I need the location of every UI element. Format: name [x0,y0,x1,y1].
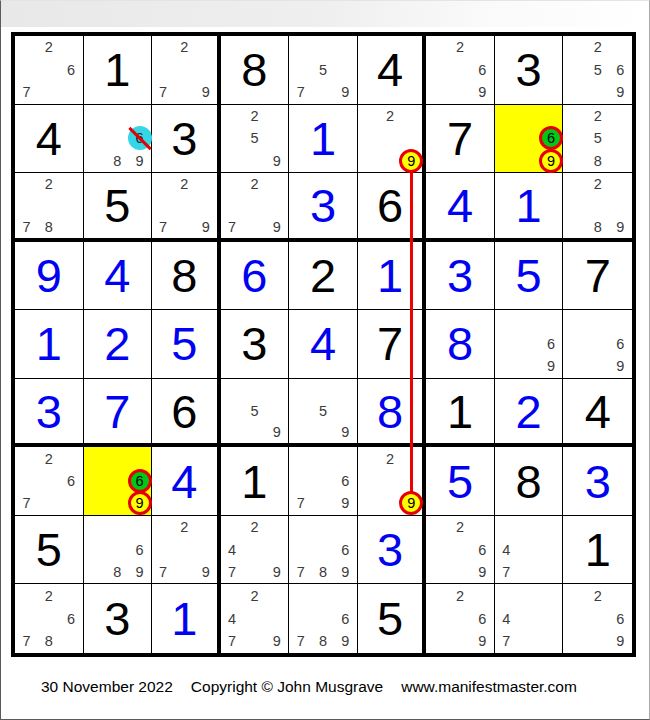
cell-r9c3[interactable]: 1 [152,584,221,653]
candidate-6: 6 [59,58,83,82]
given-digit: 1 [84,36,152,104]
solved-digit: 3 [289,173,357,238]
cell-r9c7[interactable]: 269 [426,584,495,653]
cell-r4c7[interactable]: 3 [426,242,495,311]
solved-digit: 4 [289,310,357,378]
candidate-4: 4 [220,538,244,562]
cell-r5c6[interactable]: 7 [358,310,427,379]
candidate-2: 2 [242,104,266,128]
solved-digit: 2 [495,379,563,444]
chain-line [410,161,413,504]
cell-r1c8[interactable]: 3 [495,36,564,105]
candidate-2: 2 [242,584,266,608]
candidate-2: 2 [378,104,402,128]
cell-r9c9[interactable]: 269 [563,584,632,653]
candidate-5: 5 [311,58,335,82]
cell-r8c4[interactable]: 2479 [221,516,290,585]
candidate-9: 9 [333,420,357,444]
candidate-2: 2 [586,104,610,128]
cell-r2c6[interactable]: 29 [358,105,427,174]
candidate-9-yellow-mark: 9 [539,149,563,173]
candidate-6: 6 [608,607,632,631]
candidate-9: 9 [608,629,632,653]
footer-website: www.manifestmaster.com [401,678,577,696]
cell-r6c4[interactable]: 59 [221,379,290,448]
candidate-2: 2 [172,172,196,196]
cell-r5c9[interactable]: 69 [563,310,632,379]
cell-r4c4[interactable]: 6 [221,242,290,311]
cell-r3c4[interactable]: 279 [221,173,290,242]
cell-r3c2[interactable]: 5 [84,173,153,242]
cell-r2c7[interactable]: 7 [426,105,495,174]
cell-r8c7[interactable]: 269 [426,516,495,585]
candidate-9: 9 [194,80,218,104]
candidate-9: 9 [265,149,289,173]
sudoku-app-window: 2671279857942693256946893259129769258278… [0,0,650,720]
candidate-8: 8 [37,629,61,653]
candidate-4: 4 [494,538,518,562]
cell-r5c1[interactable]: 1 [15,310,84,379]
candidate-9-yellow-mark: 9 [399,149,423,173]
cell-r1c4[interactable]: 8 [221,36,290,105]
candidate-6: 6 [333,469,357,493]
candidate-9: 9 [265,215,289,239]
candidate-9: 9 [265,560,289,584]
candidate-7: 7 [494,629,518,653]
cell-r2c4[interactable]: 259 [221,105,290,174]
candidate-5: 5 [242,399,266,423]
cell-r1c9[interactable]: 2569 [563,36,632,105]
cell-r1c1[interactable]: 267 [15,36,84,105]
candidate-9: 9 [608,80,632,104]
candidate-6: 6 [470,607,494,631]
solved-digit: 9 [15,242,83,310]
candidate-8: 8 [586,149,610,173]
cell-r3c1[interactable]: 278 [15,173,84,242]
given-digit: 7 [426,105,494,173]
candidate-7: 7 [289,629,313,653]
solved-digit: 5 [495,242,563,310]
candidate-2: 2 [448,584,472,608]
given-digit: 4 [563,379,632,444]
candidate-7: 7 [14,80,38,104]
candidate-8: 8 [586,215,610,239]
cell-r7c4[interactable]: 1 [221,447,290,516]
candidate-2: 2 [378,447,402,471]
given-digit: 1 [563,516,632,584]
footer-date: 30 November 2022 [41,678,173,696]
given-digit: 3 [152,105,217,173]
candidate-2: 2 [37,35,61,59]
solved-digit: 1 [15,310,83,378]
given-digit: 3 [84,584,152,653]
candidate-5: 5 [586,58,610,82]
cell-r3c7[interactable]: 4 [426,173,495,242]
candidate-7: 7 [14,215,38,239]
cell-r7c6[interactable]: 29 [358,447,427,516]
given-digit: 3 [221,310,289,378]
candidate-6: 6 [59,469,83,493]
candidate-2: 2 [172,515,196,539]
solved-digit: 1 [289,105,357,173]
cell-r8c1[interactable]: 5 [15,516,84,585]
candidate-5: 5 [242,126,266,150]
candidate-5: 5 [311,399,335,423]
given-digit: 4 [358,36,423,104]
cell-r7c9[interactable]: 3 [563,447,632,516]
given-digit: 8 [152,242,217,310]
candidate-6: 6 [470,58,494,82]
candidate-5: 5 [586,126,610,150]
candidate-2: 2 [586,584,610,608]
candidate-9: 9 [265,629,289,653]
candidate-8: 8 [311,560,335,584]
candidate-2: 2 [37,172,61,196]
given-digit: 7 [563,242,632,310]
candidate-7: 7 [289,80,313,104]
cell-r1c7[interactable]: 269 [426,36,495,105]
given-digit: 5 [84,173,152,238]
candidate-7: 7 [151,80,175,104]
cell-r7c3[interactable]: 4 [152,447,221,516]
solved-digit: 6 [221,242,289,310]
cell-r1c6[interactable]: 4 [358,36,427,105]
cell-r2c5[interactable]: 1 [289,105,358,174]
candidate-9: 9 [194,560,218,584]
candidate-9: 9 [128,149,152,173]
candidate-9: 9 [333,491,357,515]
cell-r4c1[interactable]: 9 [15,242,84,311]
candidate-7: 7 [220,215,244,239]
candidate-7: 7 [220,560,244,584]
candidate-6-green-mark: 6 [539,126,563,150]
candidate-7: 7 [151,560,175,584]
candidate-7: 7 [494,560,518,584]
candidate-6: 6 [539,332,563,356]
candidate-9: 9 [333,80,357,104]
cell-r8c2[interactable]: 689 [84,516,153,585]
cell-r3c6[interactable]: 6 [358,173,427,242]
given-digit: 8 [495,447,563,515]
candidate-8: 8 [311,629,335,653]
candidate-2: 2 [37,584,61,608]
candidate-7: 7 [220,629,244,653]
cell-r8c8[interactable]: 47 [495,516,564,585]
solved-digit: 1 [152,584,217,653]
cell-r8c5[interactable]: 6789 [289,516,358,585]
cell-r5c8[interactable]: 69 [495,310,564,379]
cell-r1c3[interactable]: 279 [152,36,221,105]
candidate-8: 8 [105,560,129,584]
candidate-9: 9 [608,354,632,378]
candidate-6: 6 [333,538,357,562]
candidate-2: 2 [448,35,472,59]
candidate-2: 2 [37,447,61,471]
solved-digit: 3 [358,516,423,584]
candidate-9: 9 [470,560,494,584]
solved-digit: 2 [84,310,152,378]
candidate-9: 9 [539,354,563,378]
solved-digit: 3 [426,242,494,310]
cell-r9c8[interactable]: 47 [495,584,564,653]
cell-r3c8[interactable]: 1 [495,173,564,242]
cell-r7c7[interactable]: 5 [426,447,495,516]
cell-r1c2[interactable]: 1 [84,36,153,105]
given-digit: 6 [152,379,217,444]
cell-r8c3[interactable]: 279 [152,516,221,585]
candidate-9: 9 [470,80,494,104]
candidate-2: 2 [172,35,196,59]
cell-r2c9[interactable]: 258 [563,105,632,174]
cell-r4c2[interactable]: 4 [84,242,153,311]
candidate-7: 7 [14,629,38,653]
candidate-2: 2 [586,35,610,59]
cell-r9c5[interactable]: 6789 [289,584,358,653]
given-digit: 5 [15,516,83,584]
solved-digit: 5 [152,310,217,378]
solved-digit: 7 [84,379,152,444]
candidate-6: 6 [608,58,632,82]
candidate-6: 6 [128,538,152,562]
cell-r6c5[interactable]: 59 [289,379,358,448]
cell-r7c5[interactable]: 679 [289,447,358,516]
solved-digit: 5 [426,447,494,515]
footer-copyright: Copyright © John Musgrave [191,678,383,696]
cell-r9c4[interactable]: 2479 [221,584,290,653]
solved-digit: 3 [15,379,83,444]
cell-r2c8[interactable]: 69 [495,105,564,174]
given-digit: 4 [15,105,83,173]
solved-digit: 4 [426,173,494,238]
cell-r3c9[interactable]: 289 [563,173,632,242]
candidate-9-yellow-mark: 9 [128,491,152,515]
candidate-7: 7 [151,215,175,239]
solved-digit: 3 [563,447,632,515]
cell-r6c2[interactable]: 7 [84,379,153,448]
solved-digit: 8 [426,310,494,378]
candidate-8: 8 [105,149,129,173]
candidate-7: 7 [14,491,38,515]
cell-r1c5[interactable]: 579 [289,36,358,105]
cell-r5c3[interactable]: 5 [152,310,221,379]
cell-r2c2[interactable]: 689 [84,105,153,174]
candidate-6-green-mark: 6 [128,469,152,493]
candidate-9: 9 [333,629,357,653]
cell-r4c6[interactable]: 1 [358,242,427,311]
candidate-9: 9 [265,420,289,444]
cell-r4c3[interactable]: 8 [152,242,221,311]
candidate-9: 9 [194,215,218,239]
given-digit: 2 [289,242,357,310]
sudoku-board: 2671279857942693256946893259129769258278… [11,32,636,657]
cell-r9c2[interactable]: 3 [84,584,153,653]
cell-r7c2[interactable]: 69 [84,447,153,516]
given-digit: 8 [221,36,289,104]
cell-r3c3[interactable]: 279 [152,173,221,242]
candidate-9: 9 [333,560,357,584]
candidate-6-cyan-mark: 6 [128,126,152,150]
cell-r2c1[interactable]: 4 [15,105,84,174]
cell-r8c6[interactable]: 3 [358,516,427,585]
cell-r4c5[interactable]: 2 [289,242,358,311]
candidate-4: 4 [220,607,244,631]
cell-r6c6[interactable]: 8 [358,379,427,448]
cell-r4c8[interactable]: 5 [495,242,564,311]
cell-r6c7[interactable]: 1 [426,379,495,448]
given-digit: 3 [495,36,563,104]
solved-digit: 4 [152,447,217,515]
candidate-7: 7 [289,560,313,584]
cell-r6c1[interactable]: 3 [15,379,84,448]
candidate-4: 4 [494,607,518,631]
given-digit: 1 [221,447,289,515]
cell-r5c2[interactable]: 2 [84,310,153,379]
candidate-6: 6 [333,607,357,631]
candidate-9: 9 [470,629,494,653]
solved-digit: 1 [495,173,563,238]
candidate-2: 2 [242,515,266,539]
candidate-9-yellow-mark: 9 [399,491,423,515]
given-digit: 1 [426,379,494,444]
cell-r2c3[interactable]: 3 [152,105,221,174]
candidate-7: 7 [289,491,313,515]
cell-r7c8[interactable]: 8 [495,447,564,516]
cell-r6c9[interactable]: 4 [563,379,632,448]
cell-r9c6[interactable]: 5 [358,584,427,653]
candidate-2: 2 [242,172,266,196]
candidate-2: 2 [448,515,472,539]
cell-r5c4[interactable]: 3 [221,310,290,379]
solved-digit: 4 [84,242,152,310]
candidate-2: 2 [586,172,610,196]
window-header-band [1,1,649,27]
candidate-9: 9 [608,215,632,239]
cell-r5c5[interactable]: 4 [289,310,358,379]
cell-r4c9[interactable]: 7 [563,242,632,311]
cell-r6c3[interactable]: 6 [152,379,221,448]
candidate-6: 6 [608,332,632,356]
cell-r7c1[interactable]: 267 [15,447,84,516]
cell-r8c9[interactable]: 1 [563,516,632,585]
footer: 30 November 2022 Copyright © John Musgra… [41,678,577,696]
given-digit: 5 [358,584,423,653]
candidate-9: 9 [128,560,152,584]
cell-r3c5[interactable]: 3 [289,173,358,242]
candidate-6: 6 [59,607,83,631]
cell-r5c7[interactable]: 8 [426,310,495,379]
cell-r6c8[interactable]: 2 [495,379,564,448]
cell-r9c1[interactable]: 2678 [15,584,84,653]
candidate-8: 8 [37,215,61,239]
candidate-6: 6 [470,538,494,562]
